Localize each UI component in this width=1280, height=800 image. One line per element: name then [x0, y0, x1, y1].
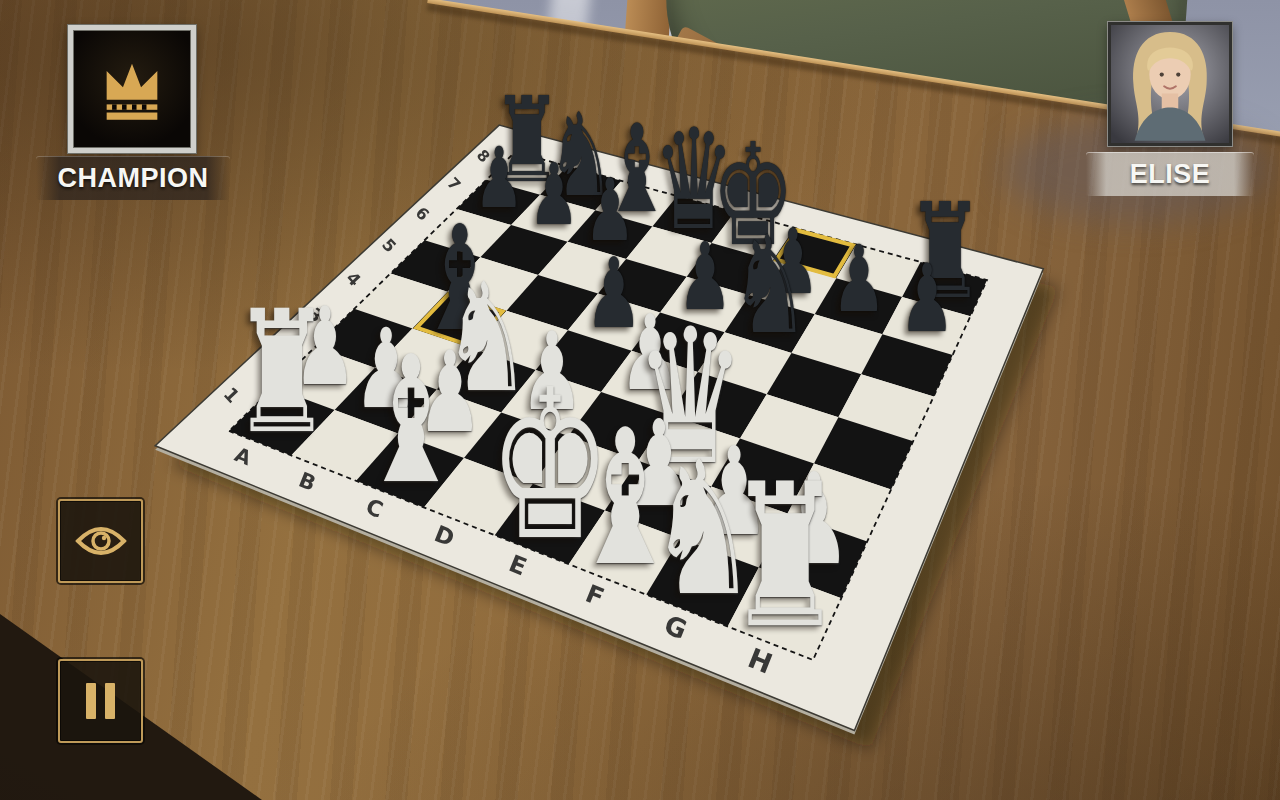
crown-icon	[94, 52, 170, 126]
eye-icon	[75, 524, 127, 558]
piece-black-pawn-b7[interactable]: ♟	[528, 151, 578, 236]
pause-icon	[86, 683, 115, 719]
piece-white-rook-a1[interactable]: ♜	[232, 289, 332, 458]
black-player-avatar[interactable]	[1108, 22, 1232, 146]
woman-portrait	[1111, 25, 1229, 143]
eye-view-button[interactable]	[58, 499, 143, 583]
white-player-badge[interactable]	[68, 25, 196, 153]
pause-button[interactable]	[58, 659, 143, 743]
piece-black-pawn-g7[interactable]: ♟	[831, 234, 885, 326]
chess-game-scene: ABCDEFGH12345678 ♜♞♝♛♚♜♟♟♟♟♟♟♟♞♟♝♟♞♟♛♟♟♟…	[0, 0, 1280, 800]
piece-white-rook-h1[interactable]: ♜	[726, 458, 843, 656]
black-player-nameplate: ELISE	[1086, 152, 1254, 196]
white-player-nameplate: CHAMPION	[36, 156, 230, 200]
piece-white-bishop-c1[interactable]: ♝	[359, 333, 463, 508]
black-player-name: ELISE	[1130, 159, 1211, 190]
white-player-name: CHAMPION	[58, 163, 209, 194]
piece-black-pawn-h7[interactable]: ♟	[899, 252, 955, 346]
